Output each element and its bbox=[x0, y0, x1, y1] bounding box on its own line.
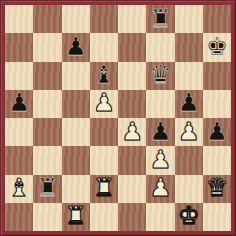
square-h7[interactable]: ♚ bbox=[203, 33, 231, 61]
square-e5[interactable] bbox=[118, 90, 146, 118]
square-g7[interactable] bbox=[175, 33, 203, 61]
black-queen-piece: ♛ bbox=[149, 62, 171, 87]
square-a1[interactable] bbox=[5, 203, 33, 231]
square-e8[interactable] bbox=[118, 5, 146, 33]
white-rook-piece: ♜ bbox=[93, 175, 115, 200]
chess-board: ♜♟♚♝♛♟♟♟♟♟♟♟♟♝♜♜♟♛♜♚ bbox=[5, 5, 231, 231]
square-a8[interactable] bbox=[5, 5, 33, 33]
square-c4[interactable] bbox=[62, 118, 90, 146]
square-g6[interactable] bbox=[175, 62, 203, 90]
square-c5[interactable] bbox=[62, 90, 90, 118]
square-b1[interactable] bbox=[33, 203, 61, 231]
square-c2[interactable] bbox=[62, 175, 90, 203]
square-b5[interactable] bbox=[33, 90, 61, 118]
square-f7[interactable] bbox=[146, 33, 174, 61]
square-d1[interactable] bbox=[90, 203, 118, 231]
square-a3[interactable] bbox=[5, 146, 33, 174]
square-e3[interactable] bbox=[118, 146, 146, 174]
square-f4[interactable]: ♟ bbox=[146, 118, 174, 146]
square-a6[interactable] bbox=[5, 62, 33, 90]
square-h4[interactable]: ♟ bbox=[203, 118, 231, 146]
chess-board-frame: ♜♟♚♝♛♟♟♟♟♟♟♟♟♝♜♜♟♛♜♚ bbox=[0, 0, 236, 236]
square-d6[interactable]: ♝ bbox=[90, 62, 118, 90]
black-pawn-piece: ♟ bbox=[149, 119, 171, 144]
square-b8[interactable] bbox=[33, 5, 61, 33]
square-f1[interactable] bbox=[146, 203, 174, 231]
square-g3[interactable] bbox=[175, 146, 203, 174]
square-e2[interactable] bbox=[118, 175, 146, 203]
black-rook-piece: ♜ bbox=[36, 175, 58, 200]
square-g8[interactable] bbox=[175, 5, 203, 33]
square-h1[interactable] bbox=[203, 203, 231, 231]
black-pawn-piece: ♟ bbox=[177, 90, 199, 115]
square-b4[interactable] bbox=[33, 118, 61, 146]
square-a2[interactable]: ♝ bbox=[5, 175, 33, 203]
square-e7[interactable] bbox=[118, 33, 146, 61]
square-h8[interactable] bbox=[203, 5, 231, 33]
square-f8[interactable]: ♜ bbox=[146, 5, 174, 33]
square-f2[interactable]: ♟ bbox=[146, 175, 174, 203]
square-g4[interactable]: ♟ bbox=[175, 118, 203, 146]
square-f5[interactable] bbox=[146, 90, 174, 118]
square-d8[interactable] bbox=[90, 5, 118, 33]
square-g2[interactable] bbox=[175, 175, 203, 203]
white-rook-piece: ♜ bbox=[64, 203, 86, 228]
black-pawn-piece: ♟ bbox=[64, 34, 86, 59]
white-queen-piece: ♛ bbox=[206, 175, 228, 200]
square-e4[interactable]: ♟ bbox=[118, 118, 146, 146]
white-pawn-piece: ♟ bbox=[149, 147, 171, 172]
square-d7[interactable] bbox=[90, 33, 118, 61]
square-h3[interactable] bbox=[203, 146, 231, 174]
square-e1[interactable] bbox=[118, 203, 146, 231]
square-e6[interactable] bbox=[118, 62, 146, 90]
square-d4[interactable] bbox=[90, 118, 118, 146]
white-king-piece: ♚ bbox=[177, 203, 199, 228]
white-pawn-piece: ♟ bbox=[93, 90, 115, 115]
square-a4[interactable] bbox=[5, 118, 33, 146]
square-a5[interactable]: ♟ bbox=[5, 90, 33, 118]
square-h2[interactable]: ♛ bbox=[203, 175, 231, 203]
square-g5[interactable]: ♟ bbox=[175, 90, 203, 118]
white-pawn-piece: ♟ bbox=[149, 175, 171, 200]
black-king-piece: ♚ bbox=[206, 34, 228, 59]
square-b3[interactable] bbox=[33, 146, 61, 174]
black-pawn-piece: ♟ bbox=[206, 119, 228, 144]
square-c3[interactable] bbox=[62, 146, 90, 174]
square-d5[interactable]: ♟ bbox=[90, 90, 118, 118]
square-f3[interactable]: ♟ bbox=[146, 146, 174, 174]
black-bishop-piece: ♝ bbox=[93, 62, 115, 87]
square-d2[interactable]: ♜ bbox=[90, 175, 118, 203]
square-b6[interactable] bbox=[33, 62, 61, 90]
square-d3[interactable] bbox=[90, 146, 118, 174]
square-h5[interactable] bbox=[203, 90, 231, 118]
black-pawn-piece: ♟ bbox=[8, 90, 30, 115]
square-c6[interactable] bbox=[62, 62, 90, 90]
square-b7[interactable] bbox=[33, 33, 61, 61]
square-f6[interactable]: ♛ bbox=[146, 62, 174, 90]
square-g1[interactable]: ♚ bbox=[175, 203, 203, 231]
square-b2[interactable]: ♜ bbox=[33, 175, 61, 203]
square-a7[interactable] bbox=[5, 33, 33, 61]
black-rook-piece: ♜ bbox=[149, 6, 171, 31]
square-c7[interactable]: ♟ bbox=[62, 33, 90, 61]
white-bishop-piece: ♝ bbox=[8, 175, 30, 200]
square-c1[interactable]: ♜ bbox=[62, 203, 90, 231]
white-pawn-piece: ♟ bbox=[177, 119, 199, 144]
square-c8[interactable] bbox=[62, 5, 90, 33]
square-h6[interactable] bbox=[203, 62, 231, 90]
white-pawn-piece: ♟ bbox=[121, 119, 143, 144]
